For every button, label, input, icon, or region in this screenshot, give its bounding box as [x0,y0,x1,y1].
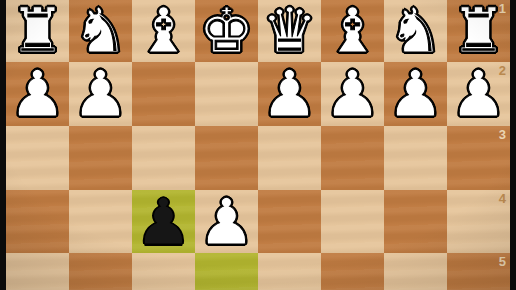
square-g1[interactable]: ♞ [69,0,132,62]
white-bishop[interactable]: ♝ [136,0,192,62]
white-pawn[interactable]: ♟ [261,62,318,126]
rank-label-5: 5 [499,254,506,269]
white-knight[interactable]: ♞ [388,0,444,62]
square-a5[interactable]: 5 [447,253,510,290]
chess-video-frame: ♜♞♝♚♛♝♞♜1♟♟♟♟♟♟23♟♟45 [0,0,516,290]
square-a1[interactable]: ♜1 [447,0,510,62]
white-pawn[interactable]: ♟ [198,190,255,254]
white-king[interactable]: ♚ [199,0,255,62]
square-f5[interactable] [132,253,195,290]
chess-board[interactable]: ♜♞♝♚♛♝♞♜1♟♟♟♟♟♟23♟♟45 [6,0,510,290]
square-c3[interactable] [321,126,384,190]
square-g2[interactable]: ♟ [69,62,132,126]
letterbox-left [0,0,6,290]
white-queen[interactable]: ♛ [262,0,318,62]
square-e4[interactable]: ♟ [195,190,258,253]
rank-label-2: 2 [499,63,506,78]
square-b5[interactable] [384,253,447,290]
square-a3[interactable]: 3 [447,126,510,190]
square-c1[interactable]: ♝ [321,0,384,62]
square-g4[interactable] [69,190,132,253]
square-b4[interactable] [384,190,447,253]
black-pawn[interactable]: ♟ [135,190,192,254]
white-pawn[interactable]: ♟ [324,62,381,126]
white-knight[interactable]: ♞ [73,0,129,62]
white-bishop[interactable]: ♝ [325,0,381,62]
square-h4[interactable] [6,190,69,253]
square-e2[interactable] [195,62,258,126]
square-f3[interactable] [132,126,195,190]
white-pawn[interactable]: ♟ [387,62,444,126]
square-d1[interactable]: ♛ [258,0,321,62]
square-a2[interactable]: ♟2 [447,62,510,126]
square-g5[interactable] [69,253,132,290]
square-d4[interactable] [258,190,321,253]
square-b2[interactable]: ♟ [384,62,447,126]
square-a4[interactable]: 4 [447,190,510,253]
square-e1[interactable]: ♚ [195,0,258,62]
square-c4[interactable] [321,190,384,253]
square-d2[interactable]: ♟ [258,62,321,126]
rank-label-1: 1 [499,1,506,16]
square-d5[interactable] [258,253,321,290]
square-e5[interactable] [195,253,258,290]
square-e3[interactable] [195,126,258,190]
square-f1[interactable]: ♝ [132,0,195,62]
white-pawn[interactable]: ♟ [9,62,66,126]
square-b3[interactable] [384,126,447,190]
square-h3[interactable] [6,126,69,190]
rank-label-4: 4 [499,191,506,206]
square-b1[interactable]: ♞ [384,0,447,62]
square-f4[interactable]: ♟ [132,190,195,253]
rank-label-3: 3 [499,127,506,142]
square-f2[interactable] [132,62,195,126]
square-c2[interactable]: ♟ [321,62,384,126]
letterbox-right [510,0,516,290]
square-g3[interactable] [69,126,132,190]
white-rook[interactable]: ♜ [10,0,66,62]
square-c5[interactable] [321,253,384,290]
square-h1[interactable]: ♜ [6,0,69,62]
square-h5[interactable] [6,253,69,290]
square-h2[interactable]: ♟ [6,62,69,126]
square-d3[interactable] [258,126,321,190]
white-pawn[interactable]: ♟ [72,62,129,126]
